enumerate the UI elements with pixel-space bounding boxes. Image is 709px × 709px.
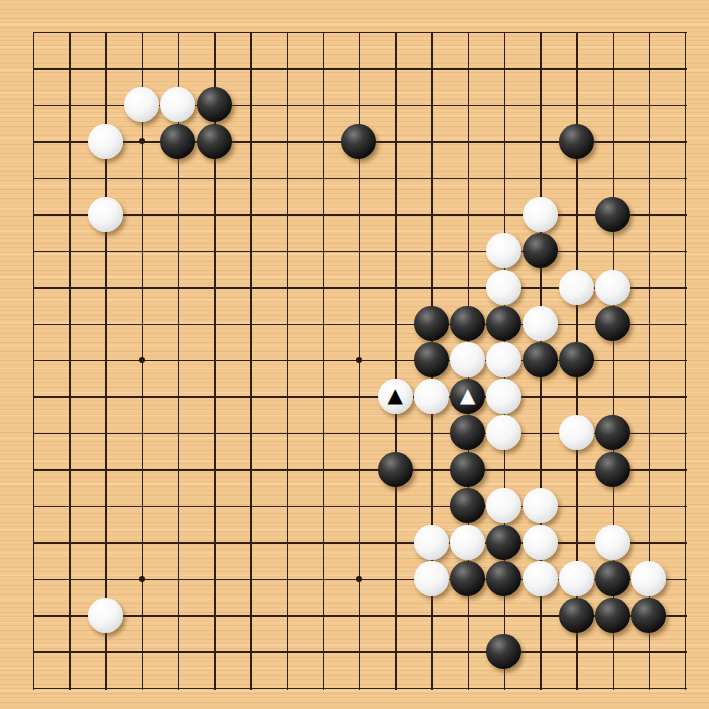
point-Q18[interactable] (558, 50, 594, 86)
stone-black[interactable] (559, 124, 594, 159)
point-J7[interactable] (305, 451, 341, 487)
stone-black[interactable] (197, 124, 232, 159)
point-G15[interactable] (232, 160, 268, 196)
stone-white[interactable] (523, 561, 558, 596)
stone-white[interactable] (523, 197, 558, 232)
point-E17[interactable] (160, 87, 196, 123)
stone-black[interactable] (559, 342, 594, 377)
point-P19[interactable] (522, 14, 558, 50)
point-E16[interactable] (160, 123, 196, 159)
point-M17[interactable] (413, 87, 449, 123)
point-T9[interactable] (667, 378, 703, 414)
point-A6[interactable] (15, 487, 51, 523)
point-A16[interactable] (15, 123, 51, 159)
point-J16[interactable] (305, 123, 341, 159)
point-S7[interactable] (631, 451, 667, 487)
stone-white[interactable] (160, 87, 195, 122)
point-F7[interactable] (196, 451, 232, 487)
point-O4[interactable] (486, 560, 522, 596)
point-P1[interactable] (522, 670, 558, 706)
point-O8[interactable] (486, 415, 522, 451)
point-Q12[interactable] (558, 269, 594, 305)
point-S14[interactable] (631, 196, 667, 232)
stone-black[interactable] (378, 452, 413, 487)
point-P3[interactable] (522, 597, 558, 633)
point-R11[interactable] (594, 305, 630, 341)
point-E11[interactable] (160, 305, 196, 341)
stone-black[interactable] (486, 561, 521, 596)
point-S18[interactable] (631, 50, 667, 86)
point-Q11[interactable] (558, 305, 594, 341)
point-O12[interactable] (486, 269, 522, 305)
point-M1[interactable] (413, 670, 449, 706)
point-L13[interactable] (377, 232, 413, 268)
point-E9[interactable] (160, 378, 196, 414)
point-H15[interactable] (268, 160, 304, 196)
point-B3[interactable] (51, 597, 87, 633)
point-Q5[interactable] (558, 524, 594, 560)
point-B13[interactable] (51, 232, 87, 268)
point-L5[interactable] (377, 524, 413, 560)
point-F4[interactable] (196, 560, 232, 596)
stone-black[interactable]: ▲ (450, 379, 485, 414)
point-R10[interactable] (594, 342, 630, 378)
point-A5[interactable] (15, 524, 51, 560)
point-B19[interactable] (51, 14, 87, 50)
point-L17[interactable] (377, 87, 413, 123)
point-T6[interactable] (667, 487, 703, 523)
point-L19[interactable] (377, 14, 413, 50)
point-B5[interactable] (51, 524, 87, 560)
point-N3[interactable] (450, 597, 486, 633)
stone-white[interactable] (486, 488, 521, 523)
point-E4[interactable] (160, 560, 196, 596)
point-M16[interactable] (413, 123, 449, 159)
point-G18[interactable] (232, 50, 268, 86)
point-N2[interactable] (450, 633, 486, 669)
stone-black[interactable] (450, 415, 485, 450)
point-K16[interactable] (341, 123, 377, 159)
point-E15[interactable] (160, 160, 196, 196)
point-C19[interactable] (87, 14, 123, 50)
stone-white[interactable] (559, 270, 594, 305)
point-A17[interactable] (15, 87, 51, 123)
point-N4[interactable] (450, 560, 486, 596)
point-A3[interactable] (15, 597, 51, 633)
point-T18[interactable] (667, 50, 703, 86)
stone-white[interactable] (595, 525, 630, 560)
stone-black[interactable] (595, 415, 630, 450)
point-Q13[interactable] (558, 232, 594, 268)
point-C5[interactable] (87, 524, 123, 560)
point-T7[interactable] (667, 451, 703, 487)
point-K17[interactable] (341, 87, 377, 123)
point-A12[interactable] (15, 269, 51, 305)
point-H16[interactable] (268, 123, 304, 159)
point-D2[interactable] (124, 633, 160, 669)
point-P17[interactable] (522, 87, 558, 123)
point-G2[interactable] (232, 633, 268, 669)
point-M2[interactable] (413, 633, 449, 669)
point-P16[interactable] (522, 123, 558, 159)
point-J6[interactable] (305, 487, 341, 523)
point-J14[interactable] (305, 196, 341, 232)
point-N7[interactable] (450, 451, 486, 487)
point-R13[interactable] (594, 232, 630, 268)
point-Q9[interactable] (558, 378, 594, 414)
point-J17[interactable] (305, 87, 341, 123)
stone-black[interactable] (160, 124, 195, 159)
point-K3[interactable] (341, 597, 377, 633)
point-L12[interactable] (377, 269, 413, 305)
point-G1[interactable] (232, 670, 268, 706)
point-E19[interactable] (160, 14, 196, 50)
point-B16[interactable] (51, 123, 87, 159)
point-D6[interactable] (124, 487, 160, 523)
point-L16[interactable] (377, 123, 413, 159)
point-C14[interactable] (87, 196, 123, 232)
point-S4[interactable] (631, 560, 667, 596)
point-M3[interactable] (413, 597, 449, 633)
point-G3[interactable] (232, 597, 268, 633)
point-M15[interactable] (413, 160, 449, 196)
point-H18[interactable] (268, 50, 304, 86)
point-N9[interactable]: ▲ (450, 378, 486, 414)
point-M11[interactable] (413, 305, 449, 341)
stone-white[interactable] (124, 87, 159, 122)
point-B11[interactable] (51, 305, 87, 341)
point-N19[interactable] (450, 14, 486, 50)
point-H14[interactable] (268, 196, 304, 232)
point-C2[interactable] (87, 633, 123, 669)
point-H1[interactable] (268, 670, 304, 706)
point-M19[interactable] (413, 14, 449, 50)
point-T5[interactable] (667, 524, 703, 560)
point-Q8[interactable] (558, 415, 594, 451)
point-B1[interactable] (51, 670, 87, 706)
stone-white[interactable] (523, 306, 558, 341)
stone-black[interactable] (595, 197, 630, 232)
point-C17[interactable] (87, 87, 123, 123)
point-H5[interactable] (268, 524, 304, 560)
point-D1[interactable] (124, 670, 160, 706)
point-J8[interactable] (305, 415, 341, 451)
point-E8[interactable] (160, 415, 196, 451)
point-J9[interactable] (305, 378, 341, 414)
point-F17[interactable] (196, 87, 232, 123)
point-Q1[interactable] (558, 670, 594, 706)
point-J3[interactable] (305, 597, 341, 633)
point-G11[interactable] (232, 305, 268, 341)
point-N5[interactable] (450, 524, 486, 560)
point-G16[interactable] (232, 123, 268, 159)
point-F8[interactable] (196, 415, 232, 451)
point-H6[interactable] (268, 487, 304, 523)
stone-white[interactable] (631, 561, 666, 596)
point-M8[interactable] (413, 415, 449, 451)
stone-white[interactable] (88, 124, 123, 159)
point-J18[interactable] (305, 50, 341, 86)
point-R8[interactable] (594, 415, 630, 451)
stone-white[interactable] (88, 598, 123, 633)
point-C18[interactable] (87, 50, 123, 86)
stone-white[interactable] (414, 379, 449, 414)
point-S13[interactable] (631, 232, 667, 268)
point-J4[interactable] (305, 560, 341, 596)
point-N8[interactable] (450, 415, 486, 451)
point-E3[interactable] (160, 597, 196, 633)
stone-white[interactable] (88, 197, 123, 232)
point-T16[interactable] (667, 123, 703, 159)
point-O16[interactable] (486, 123, 522, 159)
point-G17[interactable] (232, 87, 268, 123)
point-T2[interactable] (667, 633, 703, 669)
point-G5[interactable] (232, 524, 268, 560)
point-Q7[interactable] (558, 451, 594, 487)
point-N16[interactable] (450, 123, 486, 159)
point-E13[interactable] (160, 232, 196, 268)
point-D14[interactable] (124, 196, 160, 232)
point-H3[interactable] (268, 597, 304, 633)
point-A1[interactable] (15, 670, 51, 706)
point-K9[interactable] (341, 378, 377, 414)
stone-white[interactable] (523, 488, 558, 523)
point-Q19[interactable] (558, 14, 594, 50)
point-K8[interactable] (341, 415, 377, 451)
point-T17[interactable] (667, 87, 703, 123)
point-C16[interactable] (87, 123, 123, 159)
point-D11[interactable] (124, 305, 160, 341)
point-B9[interactable] (51, 378, 87, 414)
point-R19[interactable] (594, 14, 630, 50)
point-P14[interactable] (522, 196, 558, 232)
point-L2[interactable] (377, 633, 413, 669)
point-P9[interactable] (522, 378, 558, 414)
point-O15[interactable] (486, 160, 522, 196)
stone-white[interactable] (523, 525, 558, 560)
stone-black[interactable] (414, 306, 449, 341)
point-N15[interactable] (450, 160, 486, 196)
point-A14[interactable] (15, 196, 51, 232)
point-T14[interactable] (667, 196, 703, 232)
point-M7[interactable] (413, 451, 449, 487)
point-R3[interactable] (594, 597, 630, 633)
point-R9[interactable] (594, 378, 630, 414)
point-H19[interactable] (268, 14, 304, 50)
point-J12[interactable] (305, 269, 341, 305)
point-A18[interactable] (15, 50, 51, 86)
point-S12[interactable] (631, 269, 667, 305)
point-T3[interactable] (667, 597, 703, 633)
stone-white[interactable] (486, 379, 521, 414)
point-D17[interactable] (124, 87, 160, 123)
point-S17[interactable] (631, 87, 667, 123)
point-E6[interactable] (160, 487, 196, 523)
point-A15[interactable] (15, 160, 51, 196)
point-J19[interactable] (305, 14, 341, 50)
stone-black[interactable] (631, 598, 666, 633)
stone-white[interactable] (486, 342, 521, 377)
point-N18[interactable] (450, 50, 486, 86)
point-R4[interactable] (594, 560, 630, 596)
point-O9[interactable] (486, 378, 522, 414)
point-P2[interactable] (522, 633, 558, 669)
point-C15[interactable] (87, 160, 123, 196)
point-N6[interactable] (450, 487, 486, 523)
point-S8[interactable] (631, 415, 667, 451)
stone-black[interactable] (341, 124, 376, 159)
point-B14[interactable] (51, 196, 87, 232)
point-C12[interactable] (87, 269, 123, 305)
point-B4[interactable] (51, 560, 87, 596)
point-M5[interactable] (413, 524, 449, 560)
point-E14[interactable] (160, 196, 196, 232)
point-N10[interactable] (450, 342, 486, 378)
point-A4[interactable] (15, 560, 51, 596)
point-G14[interactable] (232, 196, 268, 232)
point-T13[interactable] (667, 232, 703, 268)
stone-black[interactable] (486, 306, 521, 341)
point-A8[interactable] (15, 415, 51, 451)
point-G4[interactable] (232, 560, 268, 596)
point-C4[interactable] (87, 560, 123, 596)
point-E1[interactable] (160, 670, 196, 706)
stone-black[interactable] (450, 488, 485, 523)
point-H17[interactable] (268, 87, 304, 123)
point-D3[interactable] (124, 597, 160, 633)
point-T8[interactable] (667, 415, 703, 451)
point-Q16[interactable] (558, 123, 594, 159)
point-K7[interactable] (341, 451, 377, 487)
point-L14[interactable] (377, 196, 413, 232)
point-F9[interactable] (196, 378, 232, 414)
point-A9[interactable] (15, 378, 51, 414)
point-N14[interactable] (450, 196, 486, 232)
point-S19[interactable] (631, 14, 667, 50)
stone-black[interactable] (197, 87, 232, 122)
point-M13[interactable] (413, 232, 449, 268)
point-C7[interactable] (87, 451, 123, 487)
point-K19[interactable] (341, 14, 377, 50)
point-A10[interactable] (15, 342, 51, 378)
point-C13[interactable] (87, 232, 123, 268)
point-E18[interactable] (160, 50, 196, 86)
point-B6[interactable] (51, 487, 87, 523)
point-B8[interactable] (51, 415, 87, 451)
point-P18[interactable] (522, 50, 558, 86)
point-F18[interactable] (196, 50, 232, 86)
point-O10[interactable] (486, 342, 522, 378)
point-H7[interactable] (268, 451, 304, 487)
point-Q2[interactable] (558, 633, 594, 669)
stone-white[interactable] (486, 270, 521, 305)
point-L7[interactable] (377, 451, 413, 487)
point-E10[interactable] (160, 342, 196, 378)
point-S6[interactable] (631, 487, 667, 523)
point-F15[interactable] (196, 160, 232, 196)
point-G12[interactable] (232, 269, 268, 305)
stone-black[interactable] (450, 306, 485, 341)
point-K5[interactable] (341, 524, 377, 560)
point-S2[interactable] (631, 633, 667, 669)
point-O1[interactable] (486, 670, 522, 706)
point-R7[interactable] (594, 451, 630, 487)
point-T10[interactable] (667, 342, 703, 378)
point-M18[interactable] (413, 50, 449, 86)
point-P11[interactable] (522, 305, 558, 341)
point-C3[interactable] (87, 597, 123, 633)
point-E5[interactable] (160, 524, 196, 560)
point-S10[interactable] (631, 342, 667, 378)
point-M6[interactable] (413, 487, 449, 523)
point-T11[interactable] (667, 305, 703, 341)
point-H10[interactable] (268, 342, 304, 378)
point-G13[interactable] (232, 232, 268, 268)
stone-white[interactable] (450, 525, 485, 560)
point-R12[interactable] (594, 269, 630, 305)
stone-white[interactable]: ▲ (378, 379, 413, 414)
stone-black[interactable] (486, 525, 521, 560)
stone-black[interactable] (486, 634, 521, 669)
point-F6[interactable] (196, 487, 232, 523)
point-M9[interactable] (413, 378, 449, 414)
point-H9[interactable] (268, 378, 304, 414)
point-Q10[interactable] (558, 342, 594, 378)
point-Q14[interactable] (558, 196, 594, 232)
point-S11[interactable] (631, 305, 667, 341)
point-J11[interactable] (305, 305, 341, 341)
point-M4[interactable] (413, 560, 449, 596)
point-H8[interactable] (268, 415, 304, 451)
point-B18[interactable] (51, 50, 87, 86)
point-K11[interactable] (341, 305, 377, 341)
point-K6[interactable] (341, 487, 377, 523)
stone-white[interactable] (595, 270, 630, 305)
point-P5[interactable] (522, 524, 558, 560)
point-C8[interactable] (87, 415, 123, 451)
stone-black[interactable] (523, 342, 558, 377)
point-G19[interactable] (232, 14, 268, 50)
point-J15[interactable] (305, 160, 341, 196)
stone-black[interactable] (595, 598, 630, 633)
point-F5[interactable] (196, 524, 232, 560)
point-H12[interactable] (268, 269, 304, 305)
stone-white[interactable] (414, 561, 449, 596)
point-F13[interactable] (196, 232, 232, 268)
point-E7[interactable] (160, 451, 196, 487)
stone-black[interactable] (414, 342, 449, 377)
stone-white[interactable] (559, 415, 594, 450)
point-D19[interactable] (124, 14, 160, 50)
point-Q6[interactable] (558, 487, 594, 523)
point-C1[interactable] (87, 670, 123, 706)
stone-black[interactable] (559, 598, 594, 633)
point-H11[interactable] (268, 305, 304, 341)
point-M10[interactable] (413, 342, 449, 378)
point-G6[interactable] (232, 487, 268, 523)
point-A7[interactable] (15, 451, 51, 487)
point-D7[interactable] (124, 451, 160, 487)
point-Q17[interactable] (558, 87, 594, 123)
point-G7[interactable] (232, 451, 268, 487)
point-S9[interactable] (631, 378, 667, 414)
point-K14[interactable] (341, 196, 377, 232)
point-D8[interactable] (124, 415, 160, 451)
stone-black[interactable] (523, 233, 558, 268)
point-F1[interactable] (196, 670, 232, 706)
point-B17[interactable] (51, 87, 87, 123)
point-K13[interactable] (341, 232, 377, 268)
